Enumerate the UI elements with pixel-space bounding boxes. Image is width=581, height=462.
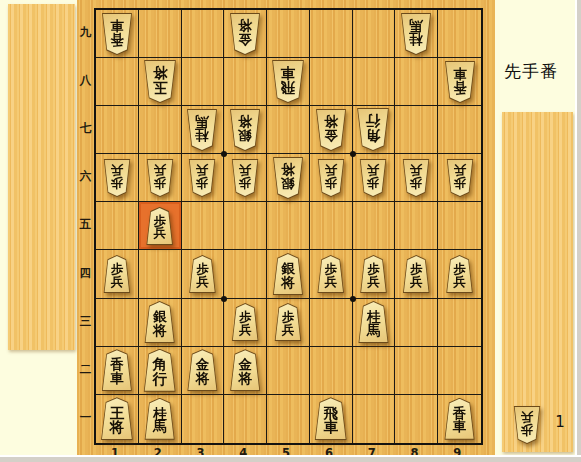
square-9三[interactable] <box>438 299 481 347</box>
sente-captured-piece-stand <box>502 112 573 452</box>
square-1一[interactable]: 王将 <box>96 395 139 443</box>
square-4八[interactable] <box>224 58 267 106</box>
square-7九[interactable] <box>353 10 396 58</box>
shogi-piece-歩兵[interactable]: 歩兵 <box>395 250 437 297</box>
square-4六[interactable]: 歩兵 <box>224 154 267 202</box>
square-3四[interactable]: 歩兵 <box>182 250 225 298</box>
square-6三[interactable] <box>310 299 353 347</box>
square-6六[interactable]: 歩兵 <box>310 154 353 202</box>
square-3六[interactable]: 歩兵 <box>182 154 225 202</box>
shogi-piece-歩兵[interactable]: 歩兵 <box>224 154 266 201</box>
shogi-piece-銀将[interactable]: 銀将 <box>139 299 181 346</box>
square-4五[interactable] <box>224 202 267 250</box>
shogi-app-window: { "game": "shogi", "position": { "sfen":… <box>0 0 581 462</box>
shogi-piece-歩兵[interactable]: 歩兵 <box>395 154 437 201</box>
shogi-piece-角行[interactable]: 角行 <box>139 347 181 394</box>
shogi-piece-歩兵[interactable]: 歩兵 <box>96 154 138 201</box>
square-6七[interactable]: 金将 <box>310 106 353 154</box>
shogi-piece-香車[interactable]: 香車 <box>96 10 138 57</box>
square-9二[interactable] <box>438 347 481 395</box>
square-7八[interactable] <box>353 58 396 106</box>
shogi-piece-歩兵[interactable]: 歩兵 <box>353 154 395 201</box>
square-5三[interactable]: 歩兵 <box>267 299 310 347</box>
star-point <box>221 296 227 302</box>
shogi-piece-香車[interactable]: 香車 <box>438 58 481 105</box>
square-7一[interactable] <box>353 395 396 443</box>
square-6一[interactable]: 飛車 <box>310 395 353 443</box>
square-7三[interactable]: 桂馬 <box>353 299 396 347</box>
shogi-piece-歩兵[interactable]: 歩兵 <box>224 299 266 346</box>
sente-hand-pawn-count: 1 <box>549 413 571 431</box>
shogi-piece-銀将[interactable]: 銀将 <box>267 250 309 297</box>
shogi-piece-歩兵[interactable]: 歩兵 <box>511 405 543 445</box>
square-4三[interactable]: 歩兵 <box>224 299 267 347</box>
shogi-piece-銀将[interactable]: 銀将 <box>267 154 309 201</box>
square-6四[interactable]: 歩兵 <box>310 250 353 298</box>
square-8七[interactable] <box>395 106 438 154</box>
square-8六[interactable]: 歩兵 <box>395 154 438 202</box>
square-1九[interactable]: 香車 <box>96 10 139 58</box>
shogi-piece-香車[interactable]: 香車 <box>438 395 481 443</box>
square-1四[interactable]: 歩兵 <box>96 250 139 298</box>
star-point <box>350 151 356 157</box>
shogi-piece-歩兵[interactable]: 歩兵 <box>139 154 181 201</box>
rank-label-四: 四 <box>77 266 94 281</box>
rank-label-七: 七 <box>77 121 94 136</box>
square-2四[interactable] <box>139 250 182 298</box>
shogi-piece-歩兵[interactable]: 歩兵 <box>438 154 481 201</box>
square-5四[interactable]: 銀将 <box>267 250 310 298</box>
rank-label-二: 二 <box>77 362 94 377</box>
turn-indicator: 先手番 <box>504 60 576 83</box>
square-3五[interactable] <box>182 202 225 250</box>
square-8八[interactable] <box>395 58 438 106</box>
square-4二[interactable]: 金将 <box>224 347 267 395</box>
square-1七[interactable] <box>96 106 139 154</box>
shogi-piece-歩兵[interactable]: 歩兵 <box>438 250 481 297</box>
square-1五[interactable] <box>96 202 139 250</box>
shogi-piece-歩兵[interactable]: 歩兵 <box>310 250 352 297</box>
shogi-piece-歩兵[interactable]: 歩兵 <box>96 250 138 297</box>
square-2三[interactable]: 銀将 <box>139 299 182 347</box>
square-3七[interactable]: 桂馬 <box>182 106 225 154</box>
rank-label-八: 八 <box>77 73 94 88</box>
shogi-piece-飛車[interactable]: 飛車 <box>310 395 352 443</box>
gote-captured-piece-stand <box>8 4 75 350</box>
square-5六[interactable]: 銀将 <box>267 154 310 202</box>
square-5一[interactable] <box>267 395 310 443</box>
square-6五[interactable] <box>310 202 353 250</box>
square-1六[interactable]: 歩兵 <box>96 154 139 202</box>
square-2五[interactable]: 歩兵 <box>139 202 182 250</box>
square-9四[interactable]: 歩兵 <box>438 250 481 298</box>
shogi-piece-桂馬[interactable]: 桂馬 <box>182 106 224 153</box>
shogi-piece-桂馬[interactable]: 桂馬 <box>353 299 395 346</box>
square-4一[interactable] <box>224 395 267 443</box>
square-3九[interactable] <box>182 10 225 58</box>
square-5二[interactable] <box>267 347 310 395</box>
square-7五[interactable] <box>353 202 396 250</box>
square-2二[interactable]: 角行 <box>139 347 182 395</box>
shogi-piece-歩兵[interactable]: 歩兵 <box>139 202 181 249</box>
square-7二[interactable] <box>353 347 396 395</box>
square-9五[interactable] <box>438 202 481 250</box>
shogi-piece-角行[interactable]: 角行 <box>353 106 395 153</box>
square-3二[interactable]: 金将 <box>182 347 225 395</box>
star-point <box>221 151 227 157</box>
square-8五[interactable] <box>395 202 438 250</box>
square-9六[interactable]: 歩兵 <box>438 154 481 202</box>
shogi-piece-銀将[interactable]: 銀将 <box>224 106 266 153</box>
square-6八[interactable] <box>310 58 353 106</box>
square-7四[interactable]: 歩兵 <box>353 250 396 298</box>
square-1三[interactable] <box>96 299 139 347</box>
square-9九[interactable] <box>438 10 481 58</box>
square-5九[interactable] <box>267 10 310 58</box>
square-3一[interactable] <box>182 395 225 443</box>
shogi-piece-歩兵[interactable]: 歩兵 <box>353 250 395 297</box>
shogi-piece-金将[interactable]: 金将 <box>224 347 266 394</box>
square-5八[interactable]: 飛車 <box>267 58 310 106</box>
rank-label-三: 三 <box>77 314 94 329</box>
square-5五[interactable] <box>267 202 310 250</box>
shogi-piece-玉将[interactable]: 玉将 <box>139 58 181 105</box>
square-2九[interactable] <box>139 10 182 58</box>
shogi-piece-金将[interactable]: 金将 <box>224 10 266 57</box>
shogi-piece-桂馬[interactable]: 桂馬 <box>139 395 181 443</box>
window-edge-right <box>575 0 581 462</box>
square-8九[interactable]: 桂馬 <box>395 10 438 58</box>
star-point <box>350 296 356 302</box>
square-4四[interactable] <box>224 250 267 298</box>
shogi-piece-歩兵[interactable]: 歩兵 <box>182 250 224 297</box>
square-3三[interactable] <box>182 299 225 347</box>
shogi-piece-歩兵[interactable]: 歩兵 <box>267 299 309 346</box>
board-grid: 香車金将桂馬玉将飛車香車桂馬銀将金将角行歩兵歩兵歩兵歩兵銀将歩兵歩兵歩兵歩兵歩兵… <box>94 8 483 445</box>
square-7七[interactable]: 角行 <box>353 106 396 154</box>
square-5七[interactable] <box>267 106 310 154</box>
shogi-board: 香車金将桂馬玉将飛車香車桂馬銀将金将角行歩兵歩兵歩兵歩兵銀将歩兵歩兵歩兵歩兵歩兵… <box>77 0 495 456</box>
shogi-piece-金将[interactable]: 金将 <box>310 106 352 153</box>
square-4七[interactable]: 銀将 <box>224 106 267 154</box>
square-2一[interactable]: 桂馬 <box>139 395 182 443</box>
square-8一[interactable] <box>395 395 438 443</box>
square-8四[interactable]: 歩兵 <box>395 250 438 298</box>
square-2六[interactable]: 歩兵 <box>139 154 182 202</box>
shogi-piece-香車[interactable]: 香車 <box>96 347 138 394</box>
shogi-piece-王将[interactable]: 王将 <box>96 395 138 443</box>
rank-label-五: 五 <box>77 217 94 232</box>
square-2八[interactable]: 玉将 <box>139 58 182 106</box>
square-6二[interactable] <box>310 347 353 395</box>
sente-hand-pawn-slot: 歩兵 <box>511 405 543 445</box>
square-8三[interactable] <box>395 299 438 347</box>
shogi-piece-歩兵[interactable]: 歩兵 <box>182 154 224 201</box>
window-edge-bottom <box>0 455 581 462</box>
square-9八[interactable]: 香車 <box>438 58 481 106</box>
square-2七[interactable] <box>139 106 182 154</box>
square-4九[interactable]: 金将 <box>224 10 267 58</box>
rank-label-一: 一 <box>77 410 94 425</box>
shogi-piece-飛車[interactable]: 飛車 <box>267 58 309 105</box>
square-3八[interactable] <box>182 58 225 106</box>
square-7六[interactable]: 歩兵 <box>353 154 396 202</box>
square-9一[interactable]: 香車 <box>438 395 481 443</box>
shogi-piece-桂馬[interactable]: 桂馬 <box>395 10 437 57</box>
square-9七[interactable] <box>438 106 481 154</box>
square-1二[interactable]: 香車 <box>96 347 139 395</box>
shogi-piece-金将[interactable]: 金将 <box>182 347 224 394</box>
rank-label-六: 六 <box>77 169 94 184</box>
square-8二[interactable] <box>395 347 438 395</box>
shogi-piece-歩兵[interactable]: 歩兵 <box>310 154 352 201</box>
square-6九[interactable] <box>310 10 353 58</box>
rank-label-九: 九 <box>77 25 94 40</box>
square-1八[interactable] <box>96 58 139 106</box>
